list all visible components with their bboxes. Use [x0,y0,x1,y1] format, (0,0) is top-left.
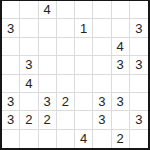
cell-r6c5[interactable] [75,93,93,111]
cell-r4c4[interactable] [57,56,75,74]
cell-r4c7[interactable]: 3 [112,56,130,74]
cell-r2c5[interactable]: 1 [75,19,93,37]
cell-r6c1[interactable]: 3 [2,93,20,111]
cell-r8c7[interactable]: 2 [112,130,130,148]
cell-r7c8[interactable]: 3 [130,111,148,129]
cell-r7c4[interactable] [57,111,75,129]
clue-number: 4 [117,40,124,53]
cell-r1c8[interactable] [130,1,148,19]
cell-r7c5[interactable] [75,111,93,129]
clue-number: 4 [25,77,32,90]
cell-r5c7[interactable] [112,75,130,93]
clue-number: 3 [7,95,14,108]
clue-number: 3 [25,58,32,71]
cell-r1c5[interactable] [75,1,93,19]
clue-number: 3 [7,22,14,35]
cell-r2c7[interactable] [112,19,130,37]
cell-r4c1[interactable] [2,56,20,74]
clue-number: 4 [44,3,51,16]
cell-r8c4[interactable] [57,130,75,148]
cell-r6c7[interactable]: 3 [112,93,130,111]
cell-r3c3[interactable] [39,38,57,56]
clue-number: 3 [117,58,124,71]
cell-r2c4[interactable] [57,19,75,37]
clue-number: 3 [98,95,105,108]
cell-r1c1[interactable] [2,1,20,19]
cell-r3c2[interactable] [20,38,38,56]
cell-r1c2[interactable] [20,1,38,19]
cell-r6c4[interactable]: 2 [57,93,75,111]
cell-r5c4[interactable] [57,75,75,93]
puzzle-board: 431343334332333223342 [0,0,150,150]
clue-number: 2 [25,113,32,126]
cell-r5c5[interactable] [75,75,93,93]
cell-r7c3[interactable]: 2 [39,111,57,129]
cell-r3c5[interactable] [75,38,93,56]
cell-r6c2[interactable] [20,93,38,111]
cell-r1c7[interactable] [112,1,130,19]
cell-r3c1[interactable] [2,38,20,56]
cell-r4c8[interactable]: 3 [130,56,148,74]
cell-r2c8[interactable]: 3 [130,19,148,37]
clue-number: 3 [135,22,142,35]
clue-number: 2 [62,95,69,108]
cell-r5c3[interactable] [39,75,57,93]
cell-r8c2[interactable] [20,130,38,148]
clue-number: 1 [80,22,87,35]
cell-r4c5[interactable] [75,56,93,74]
clue-number: 3 [44,95,51,108]
clue-number: 3 [135,113,142,126]
cell-r7c2[interactable]: 2 [20,111,38,129]
cell-r5c1[interactable] [2,75,20,93]
clue-number: 3 [117,95,124,108]
cell-r3c7[interactable]: 4 [112,38,130,56]
cell-r2c6[interactable] [93,19,111,37]
cell-r1c3[interactable]: 4 [39,1,57,19]
cell-r8c6[interactable] [93,130,111,148]
cell-r5c8[interactable] [130,75,148,93]
cell-r8c5[interactable]: 4 [75,130,93,148]
cell-r8c1[interactable] [2,130,20,148]
cell-r3c8[interactable] [130,38,148,56]
cell-r8c3[interactable] [39,130,57,148]
clue-number: 3 [98,113,105,126]
cell-r5c2[interactable]: 4 [20,75,38,93]
cell-r7c6[interactable]: 3 [93,111,111,129]
clue-number: 4 [80,132,87,145]
cell-r8c8[interactable] [130,130,148,148]
cell-r5c6[interactable] [93,75,111,93]
clue-number: 3 [7,113,14,126]
cell-r4c2[interactable]: 3 [20,56,38,74]
cell-r2c2[interactable] [20,19,38,37]
cell-r1c4[interactable] [57,1,75,19]
cell-r2c3[interactable] [39,19,57,37]
cell-r4c3[interactable] [39,56,57,74]
cell-r1c6[interactable] [93,1,111,19]
cell-r4c6[interactable] [93,56,111,74]
cell-r2c1[interactable]: 3 [2,19,20,37]
cell-r3c4[interactable] [57,38,75,56]
cell-r7c7[interactable] [112,111,130,129]
cell-r3c6[interactable] [93,38,111,56]
clue-number: 2 [117,132,124,145]
cell-r6c3[interactable]: 3 [39,93,57,111]
cell-r6c6[interactable]: 3 [93,93,111,111]
cell-r6c8[interactable] [130,93,148,111]
clue-number: 2 [44,113,51,126]
cell-r7c1[interactable]: 3 [2,111,20,129]
clue-number: 3 [135,58,142,71]
